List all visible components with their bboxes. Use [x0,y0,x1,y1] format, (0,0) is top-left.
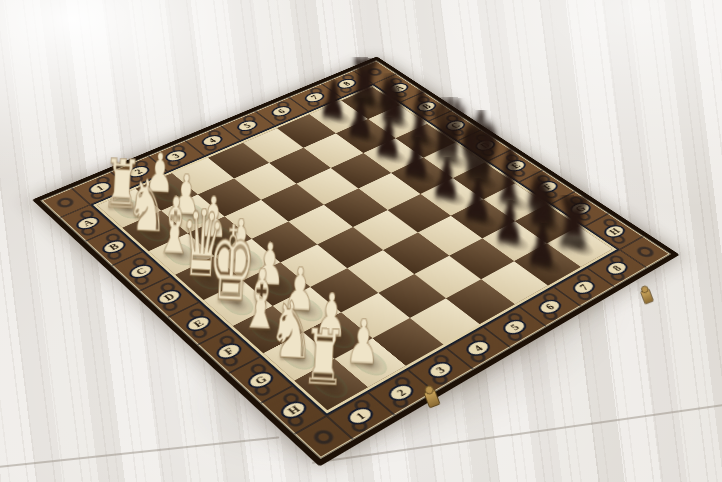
square-d8[interactable]: ♛ [424,143,485,178]
scene: ABCDEFGH 87654321 ♜♞♝♛♚♝♞♜♟♟♟♟♟♟♟♟♟♟♟♟♟♟… [0,0,722,482]
square-d6[interactable] [358,173,420,210]
piece-contact-shadow [404,128,445,152]
coordinate-medallion: D [153,287,185,307]
coordinate-medallion: 6 [268,104,295,119]
black-knight[interactable]: ♞ [370,72,414,126]
file-label-far-a: A [373,74,424,103]
file-label-far-b: B [400,92,452,121]
rank-label-left-5: 5 [220,111,275,141]
coordinate-medallion: 3 [424,359,457,381]
coordinate-medallion: 1 [86,179,116,196]
coordinate-medallion: H [276,398,311,422]
coordinate-medallion: C [125,262,157,281]
coordinate-medallion: B [413,99,440,113]
coordinate-medallion: 3 [162,148,191,164]
piece-contact-shadow [350,92,389,115]
square-a7[interactable]: ♟ [310,100,368,133]
coordinate-medallion: 6 [535,297,566,317]
black-bishop[interactable]: ♝ [399,87,440,145]
coordinate-medallion: G [243,368,277,391]
coordinate-medallion: F [212,340,245,362]
square-d5[interactable] [324,189,387,227]
square-a5[interactable] [243,128,303,163]
piece-contact-shadow [345,124,385,148]
black-rook[interactable]: ♜ [344,56,386,106]
coordinate-medallion: 4 [198,133,226,148]
coordinate-medallion: 4 [462,337,495,359]
folding-chess-board: ABCDEFGH 87654321 ♜♞♝♛♚♝♞♜♟♟♟♟♟♟♟♟♟♟♟♟♟♟… [32,56,680,466]
piece-contact-shadow [400,163,442,189]
square-b6[interactable] [303,133,363,168]
black-king[interactable]: ♚ [456,109,501,185]
rank-label-left-6: 6 [255,97,309,126]
black-pawn[interactable]: ♟ [340,97,379,140]
square-c5[interactable] [296,168,358,205]
black-pawn[interactable]: ♟ [425,156,466,201]
black-pawn[interactable]: ♟ [520,222,564,269]
coordinate-medallion: 7 [301,90,328,104]
coordinate-medallion: C [441,118,468,133]
square-b8[interactable]: ♞ [368,105,427,138]
border-corner [353,60,397,84]
square-d7[interactable]: ♟ [392,158,454,194]
piece-contact-shadow [430,183,473,210]
file-label-far-d: D [458,130,512,162]
square-c8[interactable]: ♝ [396,124,456,158]
coordinate-medallion: E [182,313,215,334]
square-b7[interactable]: ♟ [336,119,395,153]
square-b4[interactable] [234,163,296,200]
piece-contact-shadow [377,110,417,133]
coordinate-medallion: H [600,222,629,240]
coordinate-medallion: A [385,81,411,95]
square-c6[interactable] [330,153,391,189]
white-rook[interactable]: ♜ [298,326,351,390]
coordinate-medallion: 7 [569,277,600,297]
coordinate-medallion: A [72,214,103,232]
square-a8[interactable]: ♜ [342,87,400,119]
black-pawn[interactable]: ♟ [313,79,352,121]
black-pawn[interactable]: ♟ [368,116,408,159]
square-a6[interactable] [277,114,336,148]
coordinate-medallion: E [501,158,529,174]
chess-board-grid: ♜♞♝♛♚♝♞♜♟♟♟♟♟♟♟♟♟♟♟♟♟♟♟♟♜♞♝♛♚♝♞♜ [93,85,617,413]
file-label-far-c: C [429,110,482,140]
file-label-far-e: E [488,149,543,182]
coordinate-medallion: 5 [499,317,531,338]
square-b5[interactable] [269,148,330,184]
coordinate-medallion: 1 [344,404,379,428]
square-a4[interactable] [208,143,269,178]
black-pawn[interactable]: ♟ [396,136,437,180]
coordinate-medallion: D [471,137,499,152]
black-queen[interactable]: ♛ [427,96,471,165]
square-c7[interactable]: ♟ [363,138,423,173]
rank-label-left-7: 7 [288,83,341,111]
coordinate-medallion: 5 [234,118,262,133]
piece-contact-shadow [433,148,475,173]
coordinate-medallion: B [98,237,129,256]
rank-label-left-4: 4 [185,125,240,156]
square-e7[interactable]: ♟ [421,178,484,215]
rank-label-left-1: 1 [71,171,129,204]
rank-label-left-8: 8 [321,70,373,97]
carved-border-frame: ABCDEFGH 87654321 ♜♞♝♛♚♝♞♜♟♟♟♟♟♟♟♟♟♟♟♟♟♟… [40,60,671,459]
coordinate-medallion: 8 [334,77,360,91]
square-e6[interactable] [387,194,451,233]
piece-contact-shadow [318,105,358,128]
piece-contact-shadow [372,143,413,168]
square-c4[interactable] [261,183,324,221]
coordinate-medallion: 8 [602,259,632,278]
coordinate-medallion: 2 [385,381,419,404]
